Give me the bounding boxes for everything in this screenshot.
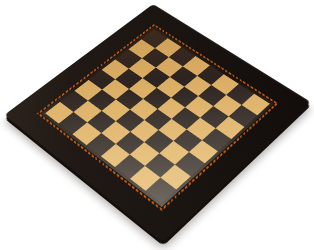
- chess-board: [4, 3, 311, 242]
- product-photo-stage: [0, 0, 314, 250]
